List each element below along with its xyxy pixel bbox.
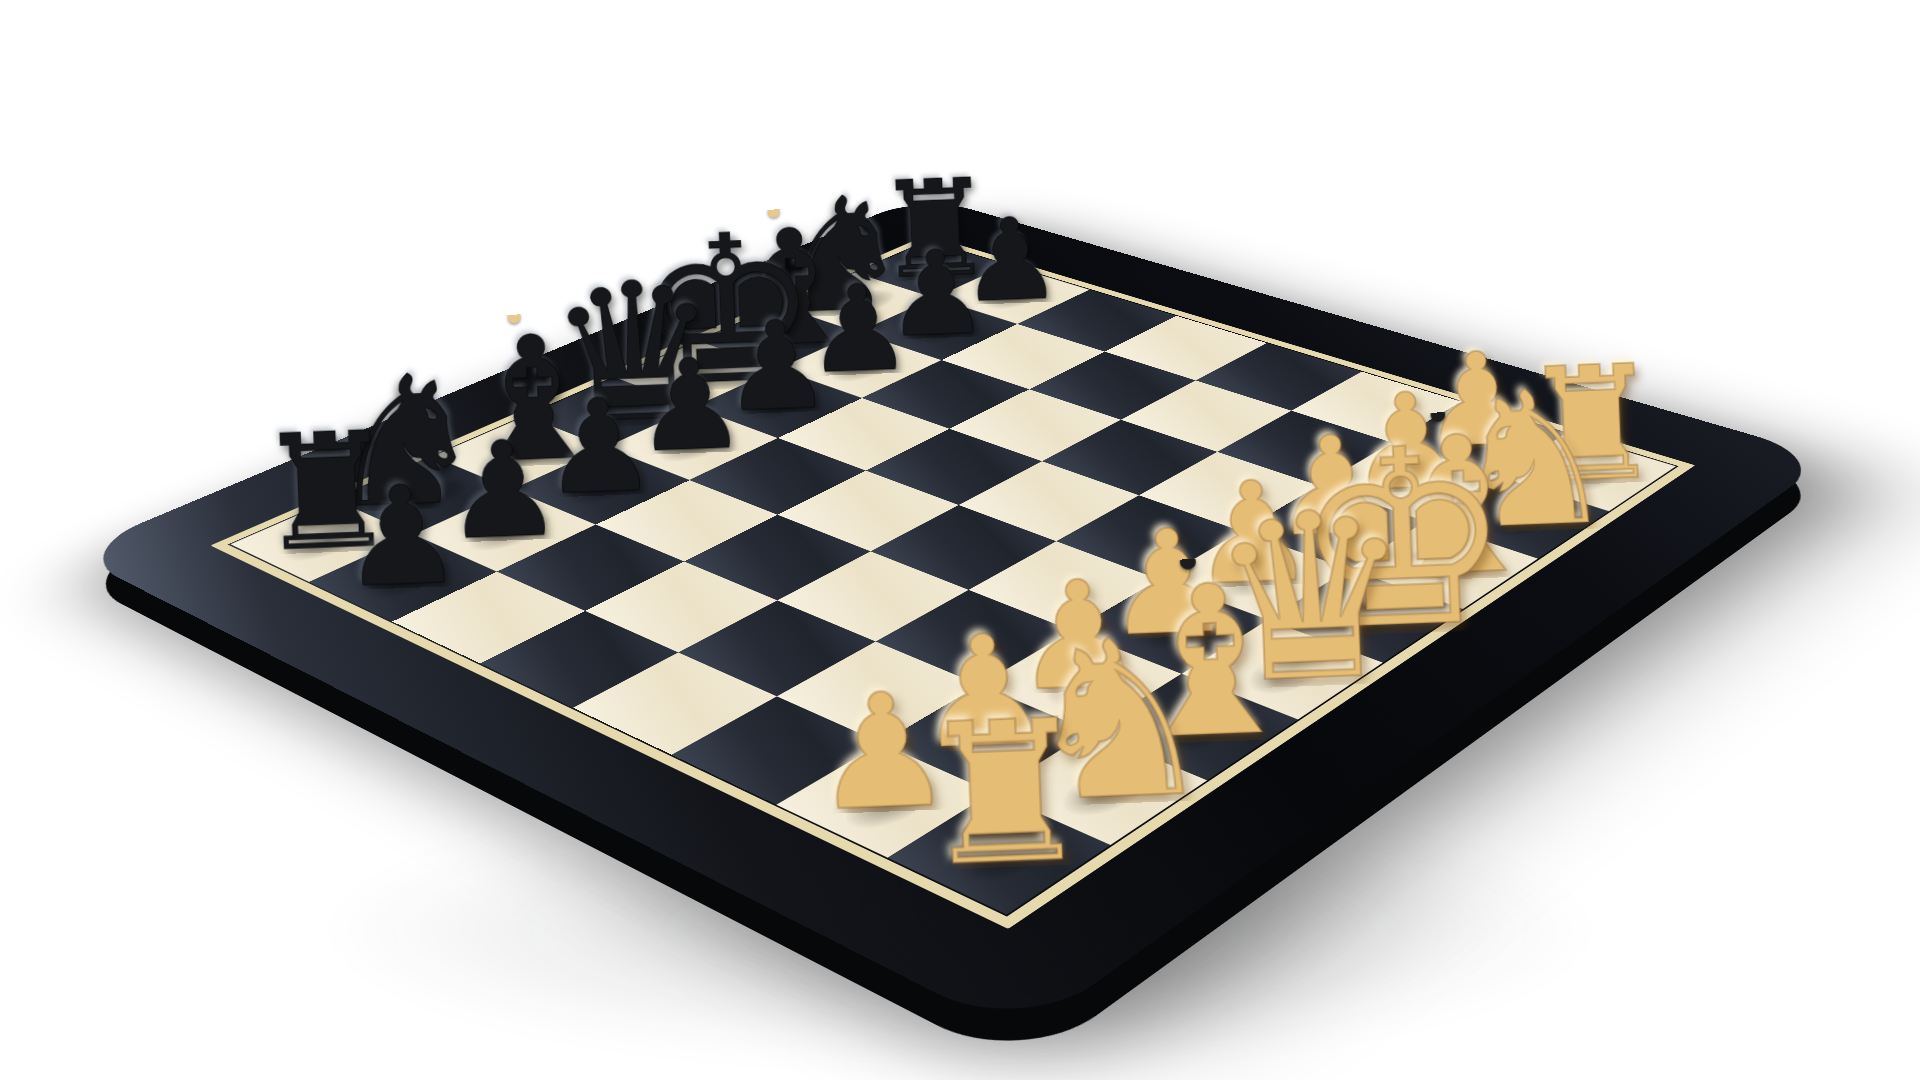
square-d5[interactable] [778,471,959,552]
bishop-finial [507,309,521,323]
squares-grid: ♜♞♝♛♚♝♞♜♟♟♟♟♟♟♟♟♟♟♟♟♟♟♟♟♜♞♝♛♚♝♞♜ [230,241,1675,915]
scene-3d: ♜♞♝♛♚♝♞♜♟♟♟♟♟♟♟♟♟♟♟♟♟♟♟♟♜♞♝♛♚♝♞♜ [0,0,1920,1080]
camera-roll: ♜♞♝♛♚♝♞♜♟♟♟♟♟♟♟♟♟♟♟♟♟♟♟♟♜♞♝♛♚♝♞♜ [0,0,1920,1080]
square-a1[interactable]: ♜ [888,792,1111,914]
chessboard: ♜♞♝♛♚♝♞♜♟♟♟♟♟♟♟♟♟♟♟♟♟♟♟♟♜♞♝♛♚♝♞♜ [70,195,1832,1036]
bishop-finial [1179,553,1196,570]
photo-stage: ♜♞♝♛♚♝♞♜♟♟♟♟♟♟♟♟♟♟♟♟♟♟♟♟♜♞♝♛♚♝♞♜ [0,0,1920,1080]
